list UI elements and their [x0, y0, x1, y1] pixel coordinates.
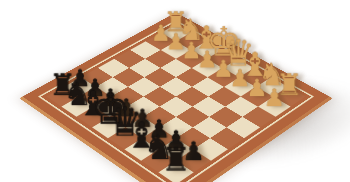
square-a8[interactable]: ♜ — [158, 161, 193, 182]
white-pawn[interactable]: ♟ — [257, 86, 291, 110]
chess-set-product-photo: ♜♞♝♛♚♝♞♜♟♟♟♟♟♟♟♟♟♟♟♟♟♟♟♟♜♞♝♛♚♝♞♜ — [0, 0, 350, 182]
black-rook[interactable]: ♜ — [158, 144, 195, 177]
